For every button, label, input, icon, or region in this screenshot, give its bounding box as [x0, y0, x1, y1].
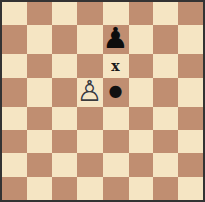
square-c7[interactable]	[52, 25, 77, 54]
square-b1[interactable]	[27, 177, 52, 200]
square-c4[interactable]	[52, 107, 77, 130]
square-e1[interactable]	[103, 177, 129, 200]
square-h2[interactable]	[178, 153, 203, 176]
square-b5[interactable]	[27, 78, 52, 107]
square-f7[interactable]	[129, 25, 154, 54]
square-b4[interactable]	[27, 107, 52, 130]
square-b7[interactable]	[27, 25, 52, 54]
square-c3[interactable]	[52, 130, 77, 153]
square-f1[interactable]	[129, 177, 154, 200]
chess-board: ♟x♙●	[0, 0, 205, 202]
square-c5[interactable]	[52, 78, 77, 107]
square-h3[interactable]	[178, 130, 203, 153]
square-f3[interactable]	[129, 130, 154, 153]
square-a8[interactable]	[2, 2, 27, 25]
square-a4[interactable]	[2, 107, 27, 130]
square-f5[interactable]	[129, 78, 154, 107]
square-g8[interactable]	[153, 2, 178, 25]
square-h5[interactable]	[178, 78, 203, 107]
square-g6[interactable]	[153, 54, 178, 77]
square-c1[interactable]	[52, 177, 77, 200]
square-d2[interactable]	[77, 153, 103, 176]
square-a2[interactable]	[2, 153, 27, 176]
square-h4[interactable]	[178, 107, 203, 130]
square-f2[interactable]	[129, 153, 154, 176]
square-e5[interactable]: ●	[103, 78, 129, 107]
square-b2[interactable]	[27, 153, 52, 176]
square-d5[interactable]: ♙	[77, 78, 103, 107]
square-a3[interactable]	[2, 130, 27, 153]
square-c6[interactable]	[52, 54, 77, 77]
square-d3[interactable]	[77, 130, 103, 153]
square-a5[interactable]	[2, 78, 27, 107]
square-e6[interactable]: x	[103, 54, 129, 77]
square-g5[interactable]	[153, 78, 178, 107]
square-d7[interactable]	[77, 25, 103, 54]
square-f8[interactable]	[129, 2, 154, 25]
square-b8[interactable]	[27, 2, 52, 25]
square-b6[interactable]	[27, 54, 52, 77]
square-h6[interactable]	[178, 54, 203, 77]
square-g3[interactable]	[153, 130, 178, 153]
square-e7[interactable]: ♟	[103, 25, 129, 54]
dot-marker[interactable]: ●	[109, 83, 123, 99]
square-e3[interactable]	[103, 130, 129, 153]
square-g2[interactable]	[153, 153, 178, 176]
chess-diagram: ♟x♙●	[0, 0, 205, 202]
square-e4[interactable]	[103, 107, 129, 130]
square-b3[interactable]	[27, 130, 52, 153]
square-c2[interactable]	[52, 153, 77, 176]
square-a7[interactable]	[2, 25, 27, 54]
square-g7[interactable]	[153, 25, 178, 54]
square-e2[interactable]	[103, 153, 129, 176]
black-pawn[interactable]: ♟	[103, 24, 129, 53]
square-c8[interactable]	[52, 2, 77, 25]
square-h7[interactable]	[178, 25, 203, 54]
square-h1[interactable]	[178, 177, 203, 200]
square-a1[interactable]	[2, 177, 27, 200]
square-g4[interactable]	[153, 107, 178, 130]
square-d8[interactable]	[77, 2, 103, 25]
square-h8[interactable]	[178, 2, 203, 25]
square-d4[interactable]	[77, 107, 103, 130]
x-marker[interactable]: x	[111, 59, 119, 73]
square-d1[interactable]	[77, 177, 103, 200]
square-f4[interactable]	[129, 107, 154, 130]
square-f6[interactable]	[129, 54, 154, 77]
square-g1[interactable]	[153, 177, 178, 200]
square-a6[interactable]	[2, 54, 27, 77]
white-pawn[interactable]: ♙	[77, 77, 103, 106]
